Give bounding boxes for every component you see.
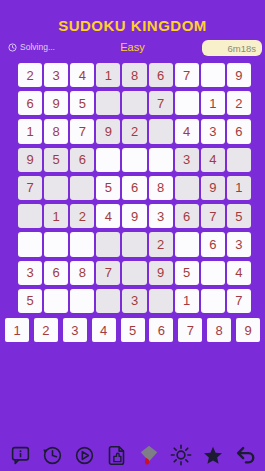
cell-r5c8[interactable]: 9 — [201, 176, 225, 200]
cell-r3c7[interactable]: 4 — [175, 119, 199, 143]
cell-r2c8[interactable]: 1 — [201, 91, 225, 115]
cell-r8c3[interactable]: 8 — [70, 261, 94, 285]
cell-r4c1[interactable]: 9 — [18, 148, 42, 172]
cell-r6c4[interactable]: 4 — [96, 204, 120, 228]
cell-r1c3[interactable]: 4 — [70, 63, 94, 87]
cell-r1c2[interactable]: 3 — [44, 63, 68, 87]
cell-r1c9[interactable]: 9 — [227, 63, 251, 87]
cell-r7c6[interactable]: 2 — [149, 232, 173, 256]
cell-r7c5[interactable] — [122, 232, 146, 256]
cell-r4c6[interactable] — [149, 148, 173, 172]
cell-r7c2[interactable] — [44, 232, 68, 256]
cell-r4c9[interactable] — [227, 148, 251, 172]
number-pad: 123456789 — [5, 318, 260, 342]
cell-r5c2[interactable] — [44, 176, 68, 200]
cell-r9c6[interactable] — [149, 289, 173, 313]
cell-r5c7[interactable] — [175, 176, 199, 200]
berry-hint-icon — [138, 444, 160, 466]
cell-r9c7[interactable]: 1 — [175, 289, 199, 313]
numpad-button-7[interactable]: 7 — [178, 318, 202, 342]
cell-r3c8[interactable]: 3 — [201, 119, 225, 143]
info-icon — [10, 445, 31, 466]
timer-chip: 6m18s — [202, 40, 262, 56]
numpad-button-5[interactable]: 5 — [121, 318, 145, 342]
cell-r8c8[interactable] — [201, 261, 225, 285]
numpad-button-1[interactable]: 1 — [5, 318, 29, 342]
cell-r8c5[interactable] — [122, 261, 146, 285]
cell-r9c1[interactable]: 5 — [18, 289, 42, 313]
cell-r9c8[interactable] — [201, 289, 225, 313]
numpad-button-2[interactable]: 2 — [34, 318, 58, 342]
sudoku-grid: 2341867969571218792436956347568911249367… — [18, 63, 251, 313]
berry-hint-button[interactable] — [138, 444, 160, 466]
app-title: SUDOKU KINGDOM — [0, 17, 265, 34]
cell-r7c8[interactable]: 6 — [201, 232, 225, 256]
cell-r2c5[interactable] — [122, 91, 146, 115]
app-screen: SUDOKU KINGDOM Solving... Easy 6m18s 234… — [0, 0, 265, 471]
cell-r2c6[interactable]: 7 — [149, 91, 173, 115]
cell-r3c3[interactable]: 7 — [70, 119, 94, 143]
brightness-button[interactable] — [170, 444, 192, 466]
cell-r4c4[interactable] — [96, 148, 120, 172]
star-icon — [202, 444, 224, 467]
cell-r2c2[interactable]: 9 — [44, 91, 68, 115]
timer-value: 6m18s — [227, 43, 256, 54]
brightness-icon — [170, 444, 192, 466]
numpad-button-4[interactable]: 4 — [92, 318, 116, 342]
cell-r1c4[interactable]: 1 — [96, 63, 120, 87]
cell-r2c3[interactable]: 5 — [70, 91, 94, 115]
new-puzzle-icon — [106, 445, 127, 466]
undo-button[interactable] — [234, 444, 256, 466]
cell-r7c7[interactable] — [175, 232, 199, 256]
cell-r5c5[interactable]: 6 — [122, 176, 146, 200]
cell-r8c6[interactable]: 9 — [149, 261, 173, 285]
cell-r2c7[interactable] — [175, 91, 199, 115]
cell-r9c5[interactable]: 3 — [122, 289, 146, 313]
cell-r5c1[interactable]: 7 — [18, 176, 42, 200]
cell-r7c9[interactable]: 3 — [227, 232, 251, 256]
cell-r7c1[interactable] — [18, 232, 42, 256]
cell-r3c4[interactable]: 9 — [96, 119, 120, 143]
cell-r3c9[interactable]: 6 — [227, 119, 251, 143]
bottom-toolbar — [9, 442, 256, 468]
new-puzzle-button[interactable] — [105, 444, 127, 466]
cell-r6c1[interactable] — [18, 204, 42, 228]
cell-r5c4[interactable]: 5 — [96, 176, 120, 200]
cell-r4c3[interactable]: 6 — [70, 148, 94, 172]
favorite-button[interactable] — [202, 444, 224, 466]
numpad-button-9[interactable]: 9 — [236, 318, 260, 342]
cell-r9c3[interactable] — [70, 289, 94, 313]
cell-r8c7[interactable]: 5 — [175, 261, 199, 285]
history-button[interactable] — [41, 444, 63, 466]
cell-r1c1[interactable]: 2 — [18, 63, 42, 87]
cell-r6c8[interactable]: 7 — [201, 204, 225, 228]
cell-r1c5[interactable]: 8 — [122, 63, 146, 87]
cell-r1c7[interactable]: 7 — [175, 63, 199, 87]
cell-r4c7[interactable]: 3 — [175, 148, 199, 172]
history-icon — [42, 445, 63, 466]
cell-r6c2[interactable]: 1 — [44, 204, 68, 228]
cell-r9c4[interactable] — [96, 289, 120, 313]
cell-r8c1[interactable]: 3 — [18, 261, 42, 285]
cell-r5c3[interactable] — [70, 176, 94, 200]
cell-r6c7[interactable]: 6 — [175, 204, 199, 228]
cell-r1c6[interactable]: 6 — [149, 63, 173, 87]
play-icon — [74, 445, 95, 466]
cell-r3c6[interactable] — [149, 119, 173, 143]
cell-r6c6[interactable]: 3 — [149, 204, 173, 228]
cell-r2c1[interactable]: 6 — [18, 91, 42, 115]
cell-r5c9[interactable]: 1 — [227, 176, 251, 200]
status-bar: Solving... Easy 6m18s — [0, 40, 265, 58]
cell-r4c8[interactable]: 4 — [201, 148, 225, 172]
cell-r4c2[interactable]: 5 — [44, 148, 68, 172]
cell-r4c5[interactable] — [122, 148, 146, 172]
cell-r8c9[interactable]: 4 — [227, 261, 251, 285]
cell-r3c2[interactable]: 8 — [44, 119, 68, 143]
cell-r8c2[interactable]: 6 — [44, 261, 68, 285]
cell-r7c4[interactable] — [96, 232, 120, 256]
cell-r7c3[interactable] — [70, 232, 94, 256]
play-button[interactable] — [73, 444, 95, 466]
numpad-button-8[interactable]: 8 — [207, 318, 231, 342]
cell-r3c5[interactable]: 2 — [122, 119, 146, 143]
cell-r6c5[interactable]: 9 — [122, 204, 146, 228]
cell-r8c4[interactable]: 7 — [96, 261, 120, 285]
cell-r2c4[interactable] — [96, 91, 120, 115]
cell-r5c6[interactable]: 8 — [149, 176, 173, 200]
numpad-button-6[interactable]: 6 — [149, 318, 173, 342]
numpad-button-3[interactable]: 3 — [63, 318, 87, 342]
undo-icon — [234, 443, 256, 467]
cell-r9c2[interactable] — [44, 289, 68, 313]
cell-r6c3[interactable]: 2 — [70, 204, 94, 228]
cell-r1c8[interactable] — [201, 63, 225, 87]
cell-r6c9[interactable]: 5 — [227, 204, 251, 228]
info-button[interactable] — [9, 444, 31, 466]
cell-r2c9[interactable]: 2 — [227, 91, 251, 115]
cell-r3c1[interactable]: 1 — [18, 119, 42, 143]
cell-r9c9[interactable]: 7 — [227, 289, 251, 313]
